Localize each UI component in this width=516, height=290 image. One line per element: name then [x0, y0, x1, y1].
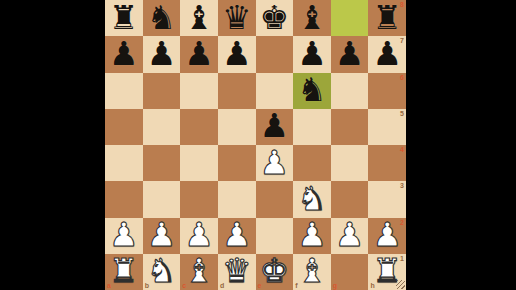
square-h7[interactable]: ♟7	[368, 36, 406, 72]
piece-white-bishop[interactable]: ♝	[297, 254, 327, 287]
file-label-a: a	[107, 282, 111, 289]
square-h8[interactable]: ♜8	[368, 0, 406, 36]
square-d1[interactable]: ♛d	[218, 254, 256, 290]
square-e2[interactable]	[256, 218, 294, 254]
square-e4[interactable]: ♟	[256, 145, 294, 181]
square-h1[interactable]: ♜1h	[368, 254, 406, 290]
square-d8[interactable]: ♛	[218, 0, 256, 36]
square-c6[interactable]	[180, 73, 218, 109]
square-g6[interactable]	[331, 73, 369, 109]
piece-black-pawn[interactable]: ♟	[372, 37, 402, 70]
square-a6[interactable]	[105, 73, 143, 109]
piece-white-rook[interactable]: ♜	[109, 254, 139, 287]
file-label-f: f	[295, 282, 297, 289]
file-label-g: g	[333, 282, 337, 289]
square-e6[interactable]	[256, 73, 294, 109]
piece-white-king[interactable]: ♚	[260, 254, 290, 287]
square-h5[interactable]: 5	[368, 109, 406, 145]
rank-label-4: 4	[400, 146, 404, 153]
square-d5[interactable]	[218, 109, 256, 145]
square-b7[interactable]: ♟	[143, 36, 181, 72]
rank-label-6: 6	[400, 74, 404, 81]
square-h4[interactable]: 4	[368, 145, 406, 181]
square-a2[interactable]: ♟	[105, 218, 143, 254]
square-b1[interactable]: ♞b	[143, 254, 181, 290]
file-label-h: h	[370, 282, 374, 289]
square-b8[interactable]: ♞	[143, 0, 181, 36]
piece-black-king[interactable]: ♚	[260, 1, 290, 34]
piece-black-bishop[interactable]: ♝	[184, 1, 214, 34]
piece-black-rook[interactable]: ♜	[372, 1, 402, 34]
piece-white-knight[interactable]: ♞	[147, 254, 177, 287]
video-frame: ♜♞♝♛♚♝♜8♟♟♟♟♟♟♟7♞6♟5♟4♞3♟♟♟♟♟♟♟2♜a♞b♝c♛d…	[0, 0, 516, 290]
rank-label-3: 3	[400, 182, 404, 189]
square-c5[interactable]	[180, 109, 218, 145]
square-d4[interactable]	[218, 145, 256, 181]
rank-label-5: 5	[400, 110, 404, 117]
square-c1[interactable]: ♝c	[180, 254, 218, 290]
file-label-c: c	[182, 282, 186, 289]
piece-black-bishop[interactable]: ♝	[297, 1, 327, 34]
rank-label-7: 7	[400, 37, 404, 44]
square-g3[interactable]	[331, 181, 369, 217]
square-f8[interactable]: ♝	[293, 0, 331, 36]
square-g8[interactable]	[331, 0, 369, 36]
square-b4[interactable]	[143, 145, 181, 181]
square-b2[interactable]: ♟	[143, 218, 181, 254]
square-c4[interactable]	[180, 145, 218, 181]
piece-black-pawn[interactable]: ♟	[222, 37, 252, 70]
square-c3[interactable]	[180, 181, 218, 217]
piece-white-knight[interactable]: ♞	[297, 182, 327, 215]
piece-black-knight[interactable]: ♞	[297, 73, 327, 106]
square-e7[interactable]	[256, 36, 294, 72]
square-b5[interactable]	[143, 109, 181, 145]
square-e5[interactable]: ♟	[256, 109, 294, 145]
square-c8[interactable]: ♝	[180, 0, 218, 36]
piece-white-queen[interactable]: ♛	[222, 254, 252, 287]
square-a8[interactable]: ♜	[105, 0, 143, 36]
square-f1[interactable]: ♝f	[293, 254, 331, 290]
piece-black-knight[interactable]: ♞	[147, 1, 177, 34]
piece-white-pawn[interactable]: ♟	[184, 218, 214, 251]
square-e1[interactable]: ♚e	[256, 254, 294, 290]
chess-board: ♜♞♝♛♚♝♜8♟♟♟♟♟♟♟7♞6♟5♟4♞3♟♟♟♟♟♟♟2♜a♞b♝c♛d…	[105, 0, 406, 290]
square-g2[interactable]: ♟	[331, 218, 369, 254]
square-f3[interactable]: ♞	[293, 181, 331, 217]
piece-black-pawn[interactable]: ♟	[335, 37, 365, 70]
piece-black-queen[interactable]: ♛	[222, 1, 252, 34]
piece-white-pawn[interactable]: ♟	[372, 218, 402, 251]
piece-white-pawn[interactable]: ♟	[335, 218, 365, 251]
square-g5[interactable]	[331, 109, 369, 145]
square-c7[interactable]: ♟	[180, 36, 218, 72]
square-a1[interactable]: ♜a	[105, 254, 143, 290]
board-resize-handle[interactable]	[396, 280, 405, 289]
piece-white-pawn[interactable]: ♟	[260, 146, 290, 179]
piece-black-pawn[interactable]: ♟	[260, 109, 290, 142]
piece-white-pawn[interactable]: ♟	[297, 218, 327, 251]
square-d6[interactable]	[218, 73, 256, 109]
square-f6[interactable]: ♞	[293, 73, 331, 109]
square-g1[interactable]: g	[331, 254, 369, 290]
square-a4[interactable]	[105, 145, 143, 181]
square-d7[interactable]: ♟	[218, 36, 256, 72]
square-e8[interactable]: ♚	[256, 0, 294, 36]
square-f2[interactable]: ♟	[293, 218, 331, 254]
square-g7[interactable]: ♟	[331, 36, 369, 72]
file-label-d: d	[220, 282, 224, 289]
square-h2[interactable]: ♟2	[368, 218, 406, 254]
square-f7[interactable]: ♟	[293, 36, 331, 72]
square-a3[interactable]	[105, 181, 143, 217]
piece-white-bishop[interactable]: ♝	[184, 254, 214, 287]
square-b6[interactable]	[143, 73, 181, 109]
piece-black-pawn[interactable]: ♟	[147, 37, 177, 70]
rank-label-2: 2	[400, 219, 404, 226]
piece-white-pawn[interactable]: ♟	[222, 218, 252, 251]
file-label-e: e	[258, 282, 262, 289]
file-label-b: b	[145, 282, 149, 289]
square-g4[interactable]	[331, 145, 369, 181]
square-a7[interactable]: ♟	[105, 36, 143, 72]
square-a5[interactable]	[105, 109, 143, 145]
rank-label-8: 8	[400, 1, 404, 8]
square-e3[interactable]	[256, 181, 294, 217]
piece-black-pawn[interactable]: ♟	[109, 37, 139, 70]
square-d2[interactable]: ♟	[218, 218, 256, 254]
rank-label-1: 1	[400, 255, 404, 262]
square-h6[interactable]: 6	[368, 73, 406, 109]
square-h3[interactable]: 3	[368, 181, 406, 217]
piece-white-pawn[interactable]: ♟	[109, 218, 139, 251]
piece-black-rook[interactable]: ♜	[109, 1, 139, 34]
square-c2[interactable]: ♟	[180, 218, 218, 254]
piece-black-pawn[interactable]: ♟	[184, 37, 214, 70]
square-f5[interactable]	[293, 109, 331, 145]
square-d3[interactable]	[218, 181, 256, 217]
square-b3[interactable]	[143, 181, 181, 217]
square-f4[interactable]	[293, 145, 331, 181]
piece-white-pawn[interactable]: ♟	[147, 218, 177, 251]
piece-black-pawn[interactable]: ♟	[297, 37, 327, 70]
